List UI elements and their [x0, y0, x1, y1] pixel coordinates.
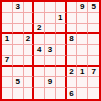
sudoku-board: 39512128437217596	[0, 0, 101, 101]
cell-r4c2[interactable]	[13, 34, 24, 45]
cell-r6c5[interactable]	[45, 56, 56, 67]
cell-r6c6[interactable]	[56, 56, 67, 67]
cell-r8c7[interactable]	[67, 77, 78, 88]
cell-r1c3[interactable]	[24, 2, 35, 13]
cell-r9c6[interactable]	[56, 88, 67, 99]
cell-r2c7[interactable]	[67, 13, 78, 24]
cell-r3c4[interactable]: 2	[34, 24, 45, 35]
cell-r9c4[interactable]	[34, 88, 45, 99]
cell-r4c7[interactable]: 8	[67, 34, 78, 45]
cell-r6c4[interactable]	[34, 56, 45, 67]
cell-r3c8[interactable]	[77, 24, 88, 35]
cell-r1c2[interactable]: 3	[13, 2, 24, 13]
cell-r1c6[interactable]	[56, 2, 67, 13]
cell-r7c5[interactable]	[45, 67, 56, 78]
cell-r5c5[interactable]: 3	[45, 45, 56, 56]
cell-r2c5[interactable]	[45, 13, 56, 24]
cell-r9c5[interactable]	[45, 88, 56, 99]
cell-r3c7[interactable]	[67, 24, 78, 35]
cell-r4c6[interactable]	[56, 34, 67, 45]
cell-r9c2[interactable]	[13, 88, 24, 99]
cell-r4c1[interactable]: 1	[2, 34, 13, 45]
cell-r1c8[interactable]: 9	[77, 2, 88, 13]
cell-r4c9[interactable]	[88, 34, 99, 45]
cell-r8c6[interactable]	[56, 77, 67, 88]
cell-r1c9[interactable]: 5	[88, 2, 99, 13]
cell-r3c6[interactable]	[56, 24, 67, 35]
cell-r6c9[interactable]	[88, 56, 99, 67]
cell-r2c6[interactable]: 1	[56, 13, 67, 24]
cell-r4c8[interactable]	[77, 34, 88, 45]
cell-r6c8[interactable]	[77, 56, 88, 67]
cell-r8c2[interactable]: 5	[13, 77, 24, 88]
cell-r3c9[interactable]	[88, 24, 99, 35]
cell-r1c5[interactable]	[45, 2, 56, 13]
cell-r1c4[interactable]	[34, 2, 45, 13]
cell-r2c3[interactable]	[24, 13, 35, 24]
cell-r6c1[interactable]: 7	[2, 56, 13, 67]
cell-r9c7[interactable]: 6	[67, 88, 78, 99]
cell-r2c4[interactable]	[34, 13, 45, 24]
cell-r4c5[interactable]	[45, 34, 56, 45]
cell-r3c1[interactable]	[2, 24, 13, 35]
cell-r9c8[interactable]	[77, 88, 88, 99]
cell-r4c3[interactable]: 2	[24, 34, 35, 45]
cell-r5c8[interactable]	[77, 45, 88, 56]
cell-r5c9[interactable]	[88, 45, 99, 56]
cell-r1c7[interactable]	[67, 2, 78, 13]
cell-r9c9[interactable]	[88, 88, 99, 99]
cell-r6c3[interactable]	[24, 56, 35, 67]
cell-r4c4[interactable]	[34, 34, 45, 45]
cell-r6c2[interactable]	[13, 56, 24, 67]
cell-r5c6[interactable]	[56, 45, 67, 56]
cell-r9c1[interactable]	[2, 88, 13, 99]
cell-r7c4[interactable]	[34, 67, 45, 78]
cell-r3c3[interactable]	[24, 24, 35, 35]
cell-r7c9[interactable]: 7	[88, 67, 99, 78]
cell-r3c2[interactable]	[13, 24, 24, 35]
cell-r7c2[interactable]	[13, 67, 24, 78]
cell-r9c3[interactable]	[24, 88, 35, 99]
cell-r5c3[interactable]	[24, 45, 35, 56]
cell-r7c3[interactable]	[24, 67, 35, 78]
cell-r2c2[interactable]	[13, 13, 24, 24]
cell-r8c5[interactable]: 9	[45, 77, 56, 88]
cell-r2c1[interactable]	[2, 13, 13, 24]
cell-r2c9[interactable]	[88, 13, 99, 24]
cell-r5c4[interactable]: 4	[34, 45, 45, 56]
cell-r5c2[interactable]	[13, 45, 24, 56]
cell-r5c1[interactable]	[2, 45, 13, 56]
cell-r7c1[interactable]	[2, 67, 13, 78]
cell-r1c1[interactable]	[2, 2, 13, 13]
cell-r6c7[interactable]	[67, 56, 78, 67]
cell-r8c8[interactable]	[77, 77, 88, 88]
cell-r7c7[interactable]: 2	[67, 67, 78, 78]
cell-r8c4[interactable]	[34, 77, 45, 88]
cell-r2c8[interactable]	[77, 13, 88, 24]
cell-r3c5[interactable]	[45, 24, 56, 35]
cell-r8c9[interactable]	[88, 77, 99, 88]
cell-r7c8[interactable]: 1	[77, 67, 88, 78]
cell-r5c7[interactable]	[67, 45, 78, 56]
cell-r8c1[interactable]	[2, 77, 13, 88]
cell-r8c3[interactable]	[24, 77, 35, 88]
cell-r7c6[interactable]	[56, 67, 67, 78]
